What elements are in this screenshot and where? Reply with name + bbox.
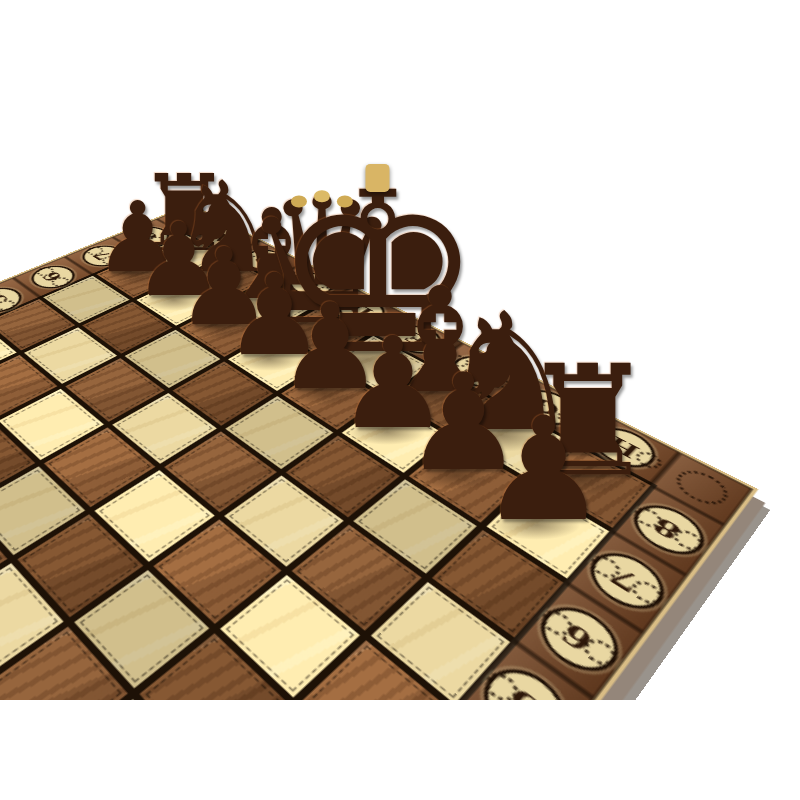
photo-stage: AA88BB77CC66DD55EE44FF33GG22HH11 ♜♟♞♟♝♟♛… <box>0 0 800 800</box>
label-text: 6 <box>40 270 67 284</box>
king-finial-accent <box>366 164 390 192</box>
label-text: 6 <box>557 618 599 657</box>
label-text: 5 <box>0 292 13 307</box>
label-text: 7 <box>607 562 646 596</box>
piece-black-pawn-h7[interactable]: ♟ <box>480 404 608 536</box>
label-text: 8 <box>650 514 687 544</box>
photo-area: AA88BB77CC66DD55EE44FF33GG22HH11 ♜♟♞♟♝♟♛… <box>0 0 800 700</box>
label-text: 5 <box>501 681 547 700</box>
